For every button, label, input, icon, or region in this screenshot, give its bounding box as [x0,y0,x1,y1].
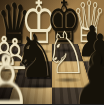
chess-scene: ♛♔♚♕♙♙♟♟♞♘♙♟ [0,0,104,104]
white-pawn-front[interactable]: ♙ [0,46,31,104]
black-pawn-front[interactable]: ♟ [71,45,104,105]
